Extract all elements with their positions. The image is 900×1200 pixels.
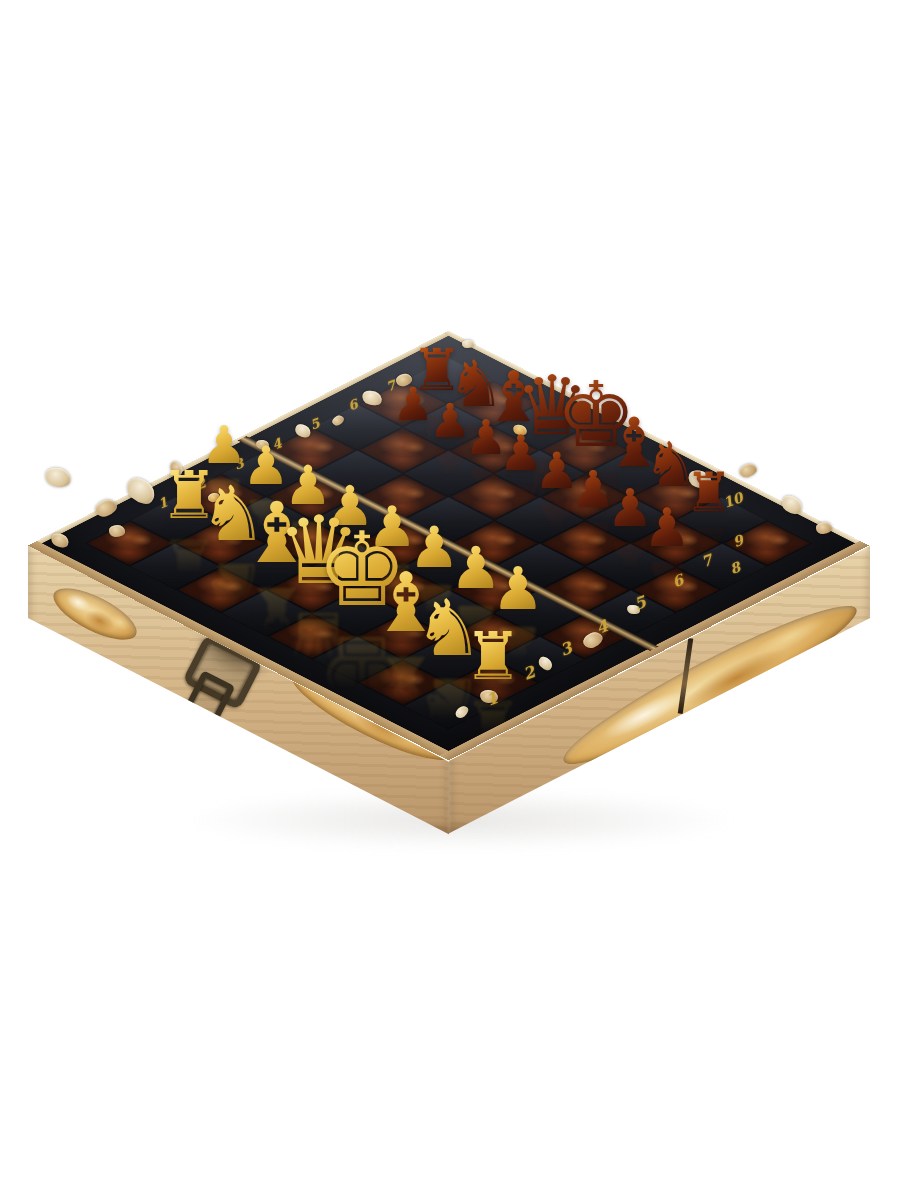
piece-reflection: ♟ [643,554,691,607]
piece-glyph: ♜ [463,624,522,690]
piece-reflection: ♟ [392,427,433,473]
product-photo-stage: 123456710912345678 ♜♜♞♞♝♝♛♛♚♚♝♝♞♞♜♜♟♟♟♟♟… [0,0,900,1200]
piece-glyph: ♟ [643,501,691,554]
piece-reflection: ♜ [463,690,522,756]
piece-glyph: ♜ [685,466,733,520]
piece-glyph: ♟ [392,381,433,427]
piece-glyph: ♟ [492,559,545,618]
amber-stone [109,525,125,537]
piece-reflection: ♜ [685,520,733,574]
amber-stone [737,461,758,479]
amber-stone [43,465,73,490]
